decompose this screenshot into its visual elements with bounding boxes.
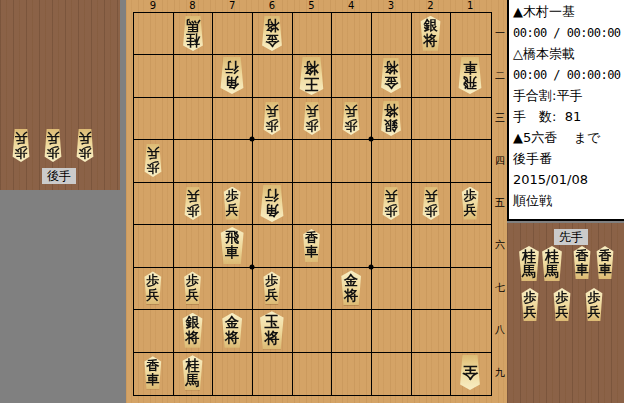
board-cell[interactable]	[412, 310, 452, 352]
board-cell[interactable]	[253, 225, 293, 267]
file-label: 9	[150, 0, 156, 12]
hand-piece[interactable]: 歩兵	[42, 129, 64, 162]
board-cell[interactable]	[293, 310, 333, 352]
date-line: 2015/01/08	[513, 172, 588, 187]
board-cell[interactable]	[412, 225, 452, 267]
board-cell[interactable]	[134, 98, 174, 140]
board-cell[interactable]	[412, 268, 452, 310]
turn-line: 後手番	[513, 151, 552, 166]
hand-piece[interactable]: 香車	[594, 246, 616, 279]
file-label: 5	[308, 0, 314, 12]
board-cell[interactable]	[253, 353, 293, 395]
board-cell[interactable]	[332, 353, 372, 395]
star-point	[369, 264, 374, 269]
hand-piece[interactable]: 桂馬	[539, 246, 565, 281]
hand-piece[interactable]: 香車	[571, 246, 593, 279]
star-point	[250, 137, 255, 142]
board-cell[interactable]	[332, 183, 372, 225]
gote-player-line: △橋本崇載	[513, 46, 575, 61]
board-area: 987654321 一二三四五六七八九 桂馬金将銀将角行王将金将飛車歩兵歩兵歩兵…	[126, 0, 507, 403]
board-cell[interactable]	[293, 13, 333, 55]
file-label: 2	[427, 0, 433, 12]
rank-label: 一	[494, 26, 506, 40]
board-cell[interactable]	[451, 268, 491, 310]
board-cell[interactable]	[174, 140, 214, 182]
board-cell[interactable]	[134, 310, 174, 352]
shogi-app: 後手 歩兵歩兵歩兵 987654321 一二三四五六七八九 桂馬金将銀将角行王将…	[0, 0, 624, 403]
handicap-line: 手合割:平手	[513, 88, 582, 103]
gote-hand-label: 後手	[42, 168, 76, 184]
board-cell[interactable]	[134, 225, 174, 267]
hand-piece[interactable]: 歩兵	[10, 129, 32, 162]
board-cell[interactable]	[293, 353, 333, 395]
sente-hand-panel: 先手 桂馬桂馬香車香車歩兵歩兵歩兵	[507, 223, 624, 403]
sente-player-line: ▲木村一基	[513, 4, 575, 19]
hand-piece[interactable]: 歩兵	[519, 288, 541, 321]
board-cell[interactable]	[332, 140, 372, 182]
board-cell[interactable]	[174, 98, 214, 140]
gote-hand-panel: 後手 歩兵歩兵歩兵	[0, 0, 120, 190]
hand-piece[interactable]: 桂馬	[516, 246, 542, 281]
rank-label: 七	[494, 281, 506, 295]
file-label: 1	[467, 0, 473, 12]
board-cell[interactable]	[174, 55, 214, 97]
board-cell[interactable]	[213, 353, 253, 395]
board-cell[interactable]	[213, 98, 253, 140]
board-cell[interactable]	[451, 98, 491, 140]
board-cell[interactable]	[451, 140, 491, 182]
hand-piece[interactable]: 歩兵	[74, 129, 96, 162]
last-move-line: ▲5六香 まで	[513, 130, 600, 145]
board-cell[interactable]	[174, 225, 214, 267]
rank-label: 八	[494, 323, 506, 337]
file-label: 7	[229, 0, 235, 12]
board-cell[interactable]	[412, 98, 452, 140]
board-cell[interactable]	[372, 13, 412, 55]
board-cell[interactable]	[372, 310, 412, 352]
board-cell[interactable]	[372, 353, 412, 395]
file-label: 3	[388, 0, 394, 12]
board-cell[interactable]	[451, 13, 491, 55]
move-count-line: 手 数: 81	[513, 109, 581, 124]
rank-label: 三	[494, 111, 506, 125]
board-cell[interactable]	[412, 140, 452, 182]
rank-label: 二	[494, 69, 506, 83]
board-cell[interactable]	[372, 268, 412, 310]
board-cell[interactable]	[253, 55, 293, 97]
board-cell[interactable]	[213, 268, 253, 310]
board-cell[interactable]	[332, 225, 372, 267]
board-cell[interactable]	[332, 310, 372, 352]
sente-clock: 00:00 / 00:00:00	[513, 26, 621, 41]
star-point	[250, 264, 255, 269]
board-cell[interactable]	[451, 310, 491, 352]
event-line: 順位戦	[513, 193, 552, 208]
board-cell[interactable]	[134, 13, 174, 55]
hand-piece[interactable]: 歩兵	[551, 288, 573, 321]
file-label: 6	[269, 0, 275, 12]
board-cell[interactable]	[213, 140, 253, 182]
file-label: 8	[189, 0, 195, 12]
board-cell[interactable]	[332, 55, 372, 97]
board-cell[interactable]	[134, 55, 174, 97]
board-cell[interactable]	[134, 183, 174, 225]
board-cell[interactable]	[412, 55, 452, 97]
board-cell[interactable]	[372, 140, 412, 182]
board-cell[interactable]	[332, 13, 372, 55]
star-point	[369, 137, 374, 142]
board-cell[interactable]	[293, 140, 333, 182]
board-cell[interactable]	[293, 183, 333, 225]
gote-clock: 00:00 / 00:00:00	[513, 68, 621, 83]
board-cell[interactable]	[451, 225, 491, 267]
board-cell[interactable]	[213, 13, 253, 55]
board-cell[interactable]	[293, 268, 333, 310]
game-info-panel: ▲木村一基 00:00 / 00:00:00 △橋本崇載 00:00 / 00:…	[507, 0, 624, 221]
board-cell[interactable]	[372, 225, 412, 267]
rank-label: 四	[494, 154, 506, 168]
hand-piece[interactable]: 歩兵	[583, 288, 605, 321]
board-cell[interactable]	[412, 353, 452, 395]
rank-label: 六	[494, 238, 506, 252]
rank-label: 五	[494, 196, 506, 210]
board-cell[interactable]	[253, 140, 293, 182]
sente-hand-label: 先手	[554, 229, 588, 245]
file-label: 4	[348, 0, 354, 12]
rank-label: 九	[494, 366, 506, 380]
